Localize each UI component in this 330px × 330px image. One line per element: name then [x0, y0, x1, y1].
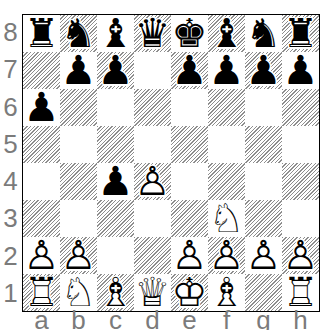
file-labels: abcdefgh	[23, 311, 319, 330]
white-pawn: ♙	[245, 237, 282, 274]
square-f3[interactable]: ♞♘	[208, 200, 245, 237]
square-b4[interactable]	[60, 163, 97, 200]
white-pawn: ♙	[171, 237, 208, 274]
white-pawn-fill: ♟	[208, 237, 245, 274]
square-h8[interactable]: ♜	[282, 15, 319, 52]
square-g8[interactable]: ♞	[245, 15, 282, 52]
square-a8[interactable]: ♜	[23, 15, 60, 52]
file-label-f: f	[208, 311, 245, 330]
square-b6[interactable]	[60, 89, 97, 126]
black-knight: ♞	[60, 15, 97, 52]
square-b5[interactable]	[60, 126, 97, 163]
white-pawn: ♙	[60, 237, 97, 274]
square-a3[interactable]	[23, 200, 60, 237]
black-bishop: ♝	[97, 15, 134, 52]
white-pawn: ♙	[134, 163, 171, 200]
rank-label-7: 7	[0, 51, 21, 88]
square-e5[interactable]	[171, 126, 208, 163]
square-e8[interactable]: ♚	[171, 15, 208, 52]
square-d8[interactable]: ♛	[134, 15, 171, 52]
square-g2[interactable]: ♟♙	[245, 237, 282, 274]
square-h5[interactable]	[282, 126, 319, 163]
square-c7[interactable]: ♟	[97, 52, 134, 89]
black-knight: ♞	[245, 15, 282, 52]
black-pawn: ♟	[97, 163, 134, 200]
white-pawn: ♙	[282, 237, 319, 274]
rank-label-5: 5	[0, 126, 21, 163]
square-a6[interactable]: ♟	[23, 89, 60, 126]
square-a4[interactable]	[23, 163, 60, 200]
square-h4[interactable]	[282, 163, 319, 200]
square-e2[interactable]: ♟♙	[171, 237, 208, 274]
square-d6[interactable]	[134, 89, 171, 126]
black-pawn: ♟	[171, 52, 208, 89]
file-label-d: d	[134, 311, 171, 330]
square-f2[interactable]: ♟♙	[208, 237, 245, 274]
square-d7[interactable]	[134, 52, 171, 89]
square-c3[interactable]	[97, 200, 134, 237]
black-pawn: ♟	[282, 52, 319, 89]
square-f5[interactable]	[208, 126, 245, 163]
white-knight-fill: ♞	[208, 200, 245, 237]
white-pawn: ♙	[23, 237, 60, 274]
white-pawn-fill: ♟	[282, 237, 319, 274]
file-label-h: h	[282, 311, 319, 330]
square-b3[interactable]	[60, 200, 97, 237]
square-b7[interactable]: ♟	[60, 52, 97, 89]
square-a5[interactable]	[23, 126, 60, 163]
black-king: ♚	[171, 15, 208, 52]
white-pawn-fill: ♟	[60, 237, 97, 274]
square-c6[interactable]	[97, 89, 134, 126]
black-bishop: ♝	[208, 15, 245, 52]
file-label-a: a	[23, 311, 60, 330]
rank-label-6: 6	[0, 89, 21, 126]
square-h7[interactable]: ♟	[282, 52, 319, 89]
square-c2[interactable]	[97, 237, 134, 274]
square-f8[interactable]: ♝	[208, 15, 245, 52]
rank-label-1: 1	[0, 275, 21, 312]
square-b2[interactable]: ♟♙	[60, 237, 97, 274]
square-e7[interactable]: ♟	[171, 52, 208, 89]
chess-board: ♜♞♝♛♚♝♞♜♟♟♟♟♟♟♟♟♟♙♞♘♟♙♟♙♟♙♟♙♟♙♟♙♜♖♞♘♝♗♛♕…	[22, 14, 320, 312]
file-label-g: g	[245, 311, 282, 330]
square-g3[interactable]	[245, 200, 282, 237]
black-pawn: ♟	[208, 52, 245, 89]
square-h3[interactable]	[282, 200, 319, 237]
rank-label-3: 3	[0, 200, 21, 237]
white-pawn-fill: ♟	[23, 237, 60, 274]
square-c5[interactable]	[97, 126, 134, 163]
chess-diagram: 87654321 ♜♞♝♛♚♝♞♜♟♟♟♟♟♟♟♟♟♙♞♘♟♙♟♙♟♙♟♙♟♙♟…	[0, 0, 330, 330]
square-f7[interactable]: ♟	[208, 52, 245, 89]
square-b8[interactable]: ♞	[60, 15, 97, 52]
square-d2[interactable]	[134, 237, 171, 274]
file-label-c: c	[97, 311, 134, 330]
square-g6[interactable]	[245, 89, 282, 126]
black-pawn: ♟	[97, 52, 134, 89]
black-pawn: ♟	[23, 89, 60, 126]
square-c8[interactable]: ♝	[97, 15, 134, 52]
square-g7[interactable]: ♟	[245, 52, 282, 89]
rank-label-4: 4	[0, 163, 21, 200]
white-pawn-fill: ♟	[171, 237, 208, 274]
white-knight: ♘	[208, 200, 245, 237]
black-queen: ♛	[134, 15, 171, 52]
white-pawn-fill: ♟	[245, 237, 282, 274]
square-a2[interactable]: ♟♙	[23, 237, 60, 274]
rank-label-8: 8	[0, 14, 21, 51]
square-f4[interactable]	[208, 163, 245, 200]
square-h6[interactable]	[282, 89, 319, 126]
square-e4[interactable]	[171, 163, 208, 200]
file-label-b: b	[60, 311, 97, 330]
square-e3[interactable]	[171, 200, 208, 237]
square-g4[interactable]	[245, 163, 282, 200]
rank-labels: 87654321	[0, 14, 21, 312]
square-c4[interactable]: ♟	[97, 163, 134, 200]
square-e6[interactable]	[171, 89, 208, 126]
square-g5[interactable]	[245, 126, 282, 163]
black-pawn: ♟	[245, 52, 282, 89]
square-d5[interactable]	[134, 126, 171, 163]
black-rook: ♜	[282, 15, 319, 52]
white-pawn-fill: ♟	[134, 163, 171, 200]
square-a7[interactable]	[23, 52, 60, 89]
square-f6[interactable]	[208, 89, 245, 126]
white-pawn: ♙	[208, 237, 245, 274]
file-label-e: e	[171, 311, 208, 330]
black-pawn: ♟	[60, 52, 97, 89]
black-rook: ♜	[23, 15, 60, 52]
square-h2[interactable]: ♟♙	[282, 237, 319, 274]
square-d3[interactable]	[134, 200, 171, 237]
rank-label-2: 2	[0, 238, 21, 275]
square-d4[interactable]: ♟♙	[134, 163, 171, 200]
